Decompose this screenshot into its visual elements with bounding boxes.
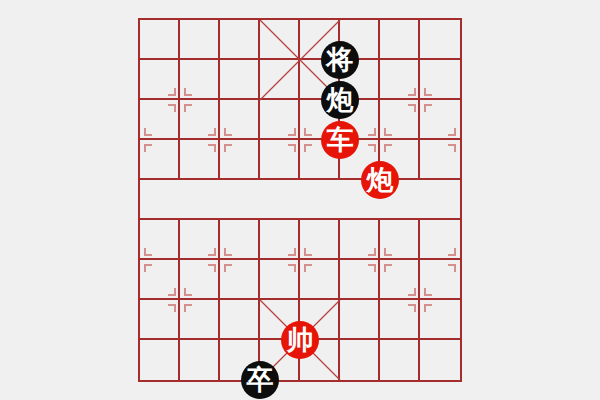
xiangqi-diagram: 将炮车炮帅卒 — [0, 0, 600, 400]
board-cell — [140, 340, 180, 380]
board-cell — [260, 180, 300, 220]
board-cell — [180, 180, 220, 220]
board-cell — [380, 60, 420, 100]
xiangqi-board: 将炮车炮帅卒 — [138, 18, 462, 382]
board-cell — [140, 60, 180, 100]
board-cell — [340, 260, 380, 300]
board-cell — [420, 20, 460, 60]
board-cell — [420, 340, 460, 380]
board-cell — [220, 220, 260, 260]
board-cell — [420, 300, 460, 340]
board-cell — [420, 60, 460, 100]
board-cell — [340, 300, 380, 340]
piece-black-cannon[interactable]: 炮 — [321, 81, 359, 119]
board-cell — [140, 300, 180, 340]
board-cell — [140, 220, 180, 260]
board-cell — [220, 140, 260, 180]
board-cell — [380, 220, 420, 260]
piece-black-soldier[interactable]: 卒 — [241, 361, 279, 399]
board-cell — [220, 300, 260, 340]
board-cell — [220, 260, 260, 300]
board-cell — [220, 100, 260, 140]
board-cell — [140, 100, 180, 140]
board-cell — [380, 300, 420, 340]
board-cell — [420, 100, 460, 140]
board-cell — [260, 140, 300, 180]
board-cell — [420, 180, 460, 220]
board-cell — [420, 140, 460, 180]
board-cell — [380, 260, 420, 300]
board-cell — [220, 20, 260, 60]
board-cell — [180, 220, 220, 260]
board-cell — [180, 340, 220, 380]
board-cell — [300, 220, 340, 260]
board-cell — [380, 100, 420, 140]
board-cell — [180, 100, 220, 140]
board-cell — [220, 60, 260, 100]
board-cell — [140, 180, 180, 220]
board-cell — [420, 220, 460, 260]
board-cell — [380, 20, 420, 60]
piece-red-general[interactable]: 帅 — [281, 321, 319, 359]
board-cell — [340, 340, 380, 380]
board-cell — [340, 220, 380, 260]
board-cell — [260, 260, 300, 300]
board-cell — [140, 20, 180, 60]
board-cell — [300, 180, 340, 220]
board-cell — [260, 220, 300, 260]
board-cell — [260, 100, 300, 140]
piece-red-chariot[interactable]: 车 — [321, 121, 359, 159]
board-cell — [300, 260, 340, 300]
board-cell — [380, 340, 420, 380]
piece-red-cannon[interactable]: 炮 — [361, 161, 399, 199]
board-cell — [180, 60, 220, 100]
board-cell — [180, 20, 220, 60]
board-cell — [180, 140, 220, 180]
board-cell — [420, 260, 460, 300]
board-cell — [260, 20, 300, 60]
piece-black-general[interactable]: 将 — [321, 41, 359, 79]
board-cell — [140, 140, 180, 180]
board-cell — [140, 260, 180, 300]
board-cell — [180, 260, 220, 300]
board-cell — [180, 300, 220, 340]
board-cell — [260, 60, 300, 100]
board-cell — [220, 180, 260, 220]
